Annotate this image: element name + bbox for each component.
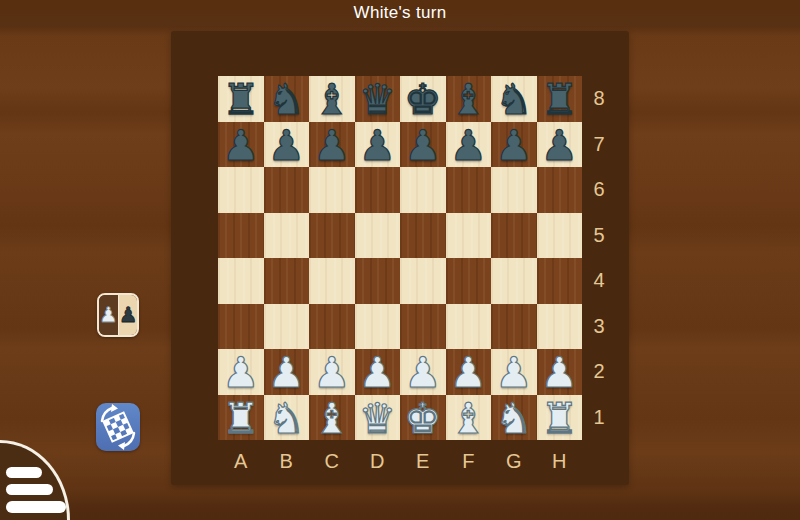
square-d8[interactable]: ♛ [355,76,401,122]
rank-label-6: 6 [586,167,612,213]
hamburger-menu-icon [6,484,53,495]
square-d5[interactable] [355,213,401,259]
piece-white-pawn[interactable]: ♟ [491,349,537,395]
rank-label-3: 3 [586,304,612,350]
piece-black-pawn[interactable]: ♟ [446,122,492,168]
square-b3[interactable] [264,304,310,350]
piece-black-pawn[interactable]: ♟ [537,122,583,168]
rank-label-2: 2 [586,349,612,395]
square-a5[interactable] [218,213,264,259]
piece-black-bishop[interactable]: ♝ [309,76,355,122]
square-d4[interactable] [355,258,401,304]
piece-black-pawn[interactable]: ♟ [491,122,537,168]
square-d7[interactable]: ♟ [355,122,401,168]
piece-white-rook[interactable]: ♜ [218,395,264,441]
square-g7[interactable]: ♟ [491,122,537,168]
piece-white-pawn[interactable]: ♟ [309,349,355,395]
file-label-a: A [218,444,264,478]
piece-white-knight[interactable]: ♞ [264,395,310,441]
file-label-c: C [309,444,355,478]
square-h3[interactable] [537,304,583,350]
chess-board: ♜♞♝♛♚♝♞♜♟♟♟♟♟♟♟♟♟♟♟♟♟♟♟♟♜♞♝♛♚♝♞♜ [218,76,582,440]
square-b4[interactable] [264,258,310,304]
turn-indicator: White's turn [0,3,800,23]
square-a1[interactable]: ♜ [218,395,264,441]
piece-black-pawn[interactable]: ♟ [264,122,310,168]
piece-black-pawn[interactable]: ♟ [400,122,446,168]
square-c4[interactable] [309,258,355,304]
square-c7[interactable]: ♟ [309,122,355,168]
rank-label-1: 1 [586,395,612,441]
piece-white-knight[interactable]: ♞ [491,395,537,441]
square-f5[interactable] [446,213,492,259]
rotate-board-button[interactable] [96,403,140,451]
file-labels: ABCDEFGH [218,444,582,478]
piece-white-queen[interactable]: ♛ [355,395,401,441]
piece-white-king[interactable]: ♚ [400,395,446,441]
square-c2[interactable]: ♟ [309,349,355,395]
square-h2[interactable]: ♟ [537,349,583,395]
square-a4[interactable] [218,258,264,304]
piece-black-rook[interactable]: ♜ [537,76,583,122]
file-label-g: G [491,444,537,478]
square-h1[interactable]: ♜ [537,395,583,441]
square-f2[interactable]: ♟ [446,349,492,395]
square-a6[interactable] [218,167,264,213]
piece-black-knight[interactable]: ♞ [491,76,537,122]
square-g5[interactable] [491,213,537,259]
square-c1[interactable]: ♝ [309,395,355,441]
square-e4[interactable] [400,258,446,304]
square-h5[interactable] [537,213,583,259]
square-g2[interactable]: ♟ [491,349,537,395]
square-g1[interactable]: ♞ [491,395,537,441]
rank-label-8: 8 [586,76,612,122]
square-b2[interactable]: ♟ [264,349,310,395]
square-f3[interactable] [446,304,492,350]
square-d2[interactable]: ♟ [355,349,401,395]
square-a2[interactable]: ♟ [218,349,264,395]
square-c5[interactable] [309,213,355,259]
square-g4[interactable] [491,258,537,304]
white-pawn-icon: ♟ [99,305,118,326]
piece-white-pawn[interactable]: ♟ [218,349,264,395]
square-f7[interactable]: ♟ [446,122,492,168]
square-f6[interactable] [446,167,492,213]
piece-black-pawn[interactable]: ♟ [218,122,264,168]
square-e6[interactable] [400,167,446,213]
file-label-b: B [264,444,310,478]
square-c8[interactable]: ♝ [309,76,355,122]
square-d6[interactable] [355,167,401,213]
square-h7[interactable]: ♟ [537,122,583,168]
square-f1[interactable]: ♝ [446,395,492,441]
square-e2[interactable]: ♟ [400,349,446,395]
file-label-e: E [400,444,446,478]
chess-app: White's turn ♜♞♝♛♚♝♞♜♟♟♟♟♟♟♟♟♟♟♟♟♟♟♟♟♜♞♝… [0,0,800,520]
hamburger-menu-icon [6,467,42,478]
rank-label-5: 5 [586,213,612,259]
piece-black-bishop[interactable]: ♝ [446,76,492,122]
piece-black-queen[interactable]: ♛ [355,76,401,122]
square-c3[interactable] [309,304,355,350]
piece-white-pawn[interactable]: ♟ [264,349,310,395]
piece-black-pawn[interactable]: ♟ [309,122,355,168]
square-g6[interactable] [491,167,537,213]
rank-label-4: 4 [586,258,612,304]
piece-white-bishop[interactable]: ♝ [446,395,492,441]
square-e3[interactable] [400,304,446,350]
file-label-h: H [537,444,583,478]
square-b8[interactable]: ♞ [264,76,310,122]
square-e5[interactable] [400,213,446,259]
black-pawn-icon: ♟ [119,305,138,326]
file-label-f: F [446,444,492,478]
square-a8[interactable]: ♜ [218,76,264,122]
square-b7[interactable]: ♟ [264,122,310,168]
piece-color-toggle-button[interactable]: ♟ ♟ [97,293,139,337]
menu-button[interactable] [0,440,70,520]
rank-labels: 87654321 [586,76,612,440]
rank-label-7: 7 [586,122,612,168]
square-e1[interactable]: ♚ [400,395,446,441]
piece-white-pawn[interactable]: ♟ [537,349,583,395]
piece-white-pawn[interactable]: ♟ [355,349,401,395]
rotate-board-icon [96,403,140,451]
file-label-d: D [355,444,401,478]
square-e8[interactable]: ♚ [400,76,446,122]
square-a7[interactable]: ♟ [218,122,264,168]
square-f8[interactable]: ♝ [446,76,492,122]
square-g3[interactable] [491,304,537,350]
piece-white-bishop[interactable]: ♝ [309,395,355,441]
black-side-half: ♟ [119,295,138,335]
piece-black-rook[interactable]: ♜ [218,76,264,122]
square-h4[interactable] [537,258,583,304]
square-f4[interactable] [446,258,492,304]
square-c6[interactable] [309,167,355,213]
square-g8[interactable]: ♞ [491,76,537,122]
piece-black-king[interactable]: ♚ [400,76,446,122]
square-b5[interactable] [264,213,310,259]
square-b6[interactable] [264,167,310,213]
piece-white-rook[interactable]: ♜ [537,395,583,441]
piece-black-pawn[interactable]: ♟ [355,122,401,168]
square-b1[interactable]: ♞ [264,395,310,441]
piece-white-pawn[interactable]: ♟ [446,349,492,395]
piece-white-pawn[interactable]: ♟ [400,349,446,395]
hamburger-menu-icon [6,501,66,513]
piece-black-knight[interactable]: ♞ [264,76,310,122]
white-side-half: ♟ [99,295,119,335]
square-d3[interactable] [355,304,401,350]
square-a3[interactable] [218,304,264,350]
square-d1[interactable]: ♛ [355,395,401,441]
square-h6[interactable] [537,167,583,213]
square-e7[interactable]: ♟ [400,122,446,168]
square-h8[interactable]: ♜ [537,76,583,122]
